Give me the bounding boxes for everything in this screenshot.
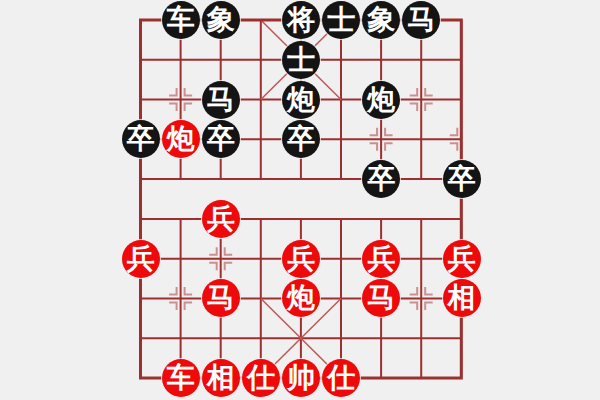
piece-red-advisor[interactable]: 仕: [242, 359, 280, 397]
piece-red-soldier[interactable]: 兵: [202, 200, 240, 238]
piece-red-general[interactable]: 帅: [282, 359, 320, 397]
piece-red-soldier[interactable]: 兵: [443, 240, 481, 278]
piece-red-chariot[interactable]: 车: [162, 359, 200, 397]
piece-black-soldier[interactable]: 卒: [202, 120, 240, 158]
piece-black-horse[interactable]: 马: [402, 1, 440, 39]
piece-black-elephant[interactable]: 象: [362, 1, 400, 39]
piece-red-horse[interactable]: 马: [202, 279, 240, 317]
piece-black-soldier[interactable]: 卒: [443, 160, 481, 198]
piece-black-soldier[interactable]: 卒: [122, 120, 160, 158]
piece-black-cannon[interactable]: 炮: [282, 81, 320, 119]
piece-black-cannon[interactable]: 炮: [362, 81, 400, 119]
piece-red-cannon[interactable]: 炮: [282, 279, 320, 317]
piece-red-advisor[interactable]: 仕: [322, 359, 360, 397]
piece-black-soldier[interactable]: 卒: [282, 120, 320, 158]
piece-black-soldier[interactable]: 卒: [362, 160, 400, 198]
piece-red-soldier[interactable]: 兵: [122, 240, 160, 278]
piece-red-horse[interactable]: 马: [362, 279, 400, 317]
pieces-layer: 车象将士象马士马炮炮卒炮卒卒卒卒兵兵兵兵兵马炮马相车相仕帅仕: [120, 0, 481, 398]
piece-black-elephant[interactable]: 象: [202, 1, 240, 39]
piece-black-chariot[interactable]: 车: [162, 1, 200, 39]
piece-red-elephant[interactable]: 相: [202, 359, 240, 397]
piece-red-elephant[interactable]: 相: [443, 279, 481, 317]
piece-black-horse[interactable]: 马: [202, 81, 240, 119]
xiangqi-app: 车象将士象马士马炮炮卒炮卒卒卒卒兵兵兵兵兵马炮马相车相仕帅仕: [0, 0, 600, 400]
piece-black-advisor[interactable]: 士: [282, 41, 320, 79]
piece-black-advisor[interactable]: 士: [322, 1, 360, 39]
piece-red-soldier[interactable]: 兵: [362, 240, 400, 278]
piece-red-soldier[interactable]: 兵: [282, 240, 320, 278]
piece-red-cannon[interactable]: 炮: [162, 120, 200, 158]
piece-black-general[interactable]: 将: [282, 1, 320, 39]
